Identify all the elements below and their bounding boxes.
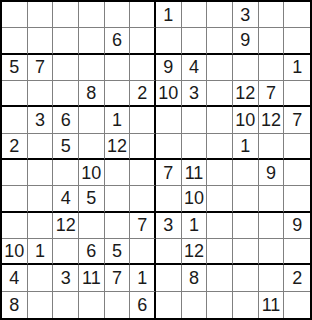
cell-r6c4-empty[interactable] <box>79 134 105 160</box>
cell-r5c1-empty[interactable] <box>2 107 28 133</box>
cell-r6c11-empty[interactable] <box>259 134 285 160</box>
cell-r11c2-empty[interactable] <box>28 265 54 291</box>
cell-r10c6-empty[interactable] <box>130 239 156 265</box>
cell-r9c3-given: 12 <box>53 213 79 239</box>
cell-r10c7-empty[interactable] <box>156 239 182 265</box>
cell-r6c10-given: 1 <box>233 134 259 160</box>
cell-r12c10-empty[interactable] <box>233 292 259 318</box>
cell-r9c10-empty[interactable] <box>233 213 259 239</box>
cell-r5c7-empty[interactable] <box>156 107 182 133</box>
cell-r9c2-empty[interactable] <box>28 213 54 239</box>
cell-r3c10-empty[interactable] <box>233 55 259 81</box>
cell-r12c7-empty[interactable] <box>156 292 182 318</box>
cell-r10c5-given: 5 <box>105 239 131 265</box>
cell-r1c11-empty[interactable] <box>259 2 285 28</box>
cell-r4c11-given: 7 <box>259 81 285 107</box>
cell-r12c11-given: 11 <box>259 292 285 318</box>
cell-r1c2-empty[interactable] <box>28 2 54 28</box>
cell-r4c12-empty[interactable] <box>284 81 310 107</box>
cell-r7c4-given: 10 <box>79 160 105 186</box>
cell-r11c11-empty[interactable] <box>259 265 285 291</box>
cell-r3c9-empty[interactable] <box>207 55 233 81</box>
cell-r8c6-empty[interactable] <box>130 186 156 212</box>
cell-r4c9-empty[interactable] <box>207 81 233 107</box>
cell-r1c8-empty[interactable] <box>182 2 208 28</box>
cell-r5c11-given: 12 <box>259 107 285 133</box>
cell-r2c9-empty[interactable] <box>207 28 233 54</box>
cell-r9c1-empty[interactable] <box>2 213 28 239</box>
cell-r12c2-empty[interactable] <box>28 292 54 318</box>
cell-r6c1-given: 2 <box>2 134 28 160</box>
cell-r2c7-empty[interactable] <box>156 28 182 54</box>
cell-r8c5-empty[interactable] <box>105 186 131 212</box>
cell-r8c8-given: 10 <box>182 186 208 212</box>
cell-r1c12-empty[interactable] <box>284 2 310 28</box>
cell-r2c10-given: 9 <box>233 28 259 54</box>
cell-r7c10-empty[interactable] <box>233 160 259 186</box>
cell-r12c6-given: 6 <box>130 292 156 318</box>
cell-r1c10-given: 3 <box>233 2 259 28</box>
cell-r5c12-given: 7 <box>284 107 310 133</box>
cell-r11c9-empty[interactable] <box>207 265 233 291</box>
cell-r2c6-empty[interactable] <box>130 28 156 54</box>
cell-r12c12-empty[interactable] <box>284 292 310 318</box>
cell-r6c8-empty[interactable] <box>182 134 208 160</box>
cell-r4c3-empty[interactable] <box>53 81 79 107</box>
cell-r4c8-given: 3 <box>182 81 208 107</box>
cell-r7c8-given: 11 <box>182 160 208 186</box>
cell-r12c3-empty[interactable] <box>53 292 79 318</box>
cell-r9c5-empty[interactable] <box>105 213 131 239</box>
cell-r3c7-given: 9 <box>156 55 182 81</box>
cell-r9c7-given: 3 <box>156 213 182 239</box>
cell-r7c9-empty[interactable] <box>207 160 233 186</box>
cell-r8c4-given: 5 <box>79 186 105 212</box>
cell-r4c10-given: 12 <box>233 81 259 107</box>
cell-r11c6-given: 1 <box>130 265 156 291</box>
cell-r10c10-empty[interactable] <box>233 239 259 265</box>
cell-r1c1-empty[interactable] <box>2 2 28 28</box>
cell-r3c2-given: 7 <box>28 55 54 81</box>
cell-r10c12-empty[interactable] <box>284 239 310 265</box>
cell-r1c7-given: 1 <box>156 2 182 28</box>
cell-r11c4-given: 11 <box>79 265 105 291</box>
cell-r5c8-empty[interactable] <box>182 107 208 133</box>
cell-r2c12-empty[interactable] <box>284 28 310 54</box>
cell-r10c11-empty[interactable] <box>259 239 285 265</box>
cell-r8c11-empty[interactable] <box>259 186 285 212</box>
cell-r11c8-given: 8 <box>182 265 208 291</box>
cell-r9c4-empty[interactable] <box>79 213 105 239</box>
cell-r3c6-empty[interactable] <box>130 55 156 81</box>
cell-r1c6-empty[interactable] <box>130 2 156 28</box>
cell-r3c8-given: 4 <box>182 55 208 81</box>
cell-r12c4-empty[interactable] <box>79 292 105 318</box>
cell-r11c10-empty[interactable] <box>233 265 259 291</box>
sudoku-board: 1369579418210312736110127251211071194510… <box>0 0 312 320</box>
cell-r3c3-empty[interactable] <box>53 55 79 81</box>
cell-r7c5-empty[interactable] <box>105 160 131 186</box>
cell-r2c5-given: 6 <box>105 28 131 54</box>
cell-r10c9-empty[interactable] <box>207 239 233 265</box>
cell-r2c2-empty[interactable] <box>28 28 54 54</box>
cell-r8c7-empty[interactable] <box>156 186 182 212</box>
cell-r8c3-given: 4 <box>53 186 79 212</box>
cell-r5c10-given: 10 <box>233 107 259 133</box>
cell-r4c4-given: 8 <box>79 81 105 107</box>
cell-r12c9-empty[interactable] <box>207 292 233 318</box>
cell-r3c11-empty[interactable] <box>259 55 285 81</box>
cell-r8c1-empty[interactable] <box>2 186 28 212</box>
cell-r7c2-empty[interactable] <box>28 160 54 186</box>
cell-r8c9-empty[interactable] <box>207 186 233 212</box>
cell-r3c4-empty[interactable] <box>79 55 105 81</box>
cell-r11c7-empty[interactable] <box>156 265 182 291</box>
cell-r6c2-empty[interactable] <box>28 134 54 160</box>
cell-r6c5-given: 12 <box>105 134 131 160</box>
cell-r1c3-empty[interactable] <box>53 2 79 28</box>
cell-r11c5-given: 7 <box>105 265 131 291</box>
cell-r8c10-empty[interactable] <box>233 186 259 212</box>
cell-r5c5-given: 1 <box>105 107 131 133</box>
cell-r12c1-given: 8 <box>2 292 28 318</box>
cell-r10c2-given: 1 <box>28 239 54 265</box>
cell-r7c6-empty[interactable] <box>130 160 156 186</box>
cell-r2c8-empty[interactable] <box>182 28 208 54</box>
cell-r2c4-empty[interactable] <box>79 28 105 54</box>
cell-r10c4-given: 6 <box>79 239 105 265</box>
cell-r6c3-given: 5 <box>53 134 79 160</box>
cell-r12c8-empty[interactable] <box>182 292 208 318</box>
cell-r7c7-given: 7 <box>156 160 182 186</box>
cell-r5c9-empty[interactable] <box>207 107 233 133</box>
cell-r9c11-empty[interactable] <box>259 213 285 239</box>
cell-r5c6-empty[interactable] <box>130 107 156 133</box>
cell-r9c9-empty[interactable] <box>207 213 233 239</box>
cell-r4c6-given: 2 <box>130 81 156 107</box>
cell-r3c12-given: 1 <box>284 55 310 81</box>
cell-r9c6-given: 7 <box>130 213 156 239</box>
cell-r7c11-given: 9 <box>259 160 285 186</box>
cell-r11c1-given: 4 <box>2 265 28 291</box>
cell-r6c9-empty[interactable] <box>207 134 233 160</box>
cell-r4c2-empty[interactable] <box>28 81 54 107</box>
cell-r5c3-given: 6 <box>53 107 79 133</box>
cell-r5c4-empty[interactable] <box>79 107 105 133</box>
cell-r3c5-empty[interactable] <box>105 55 131 81</box>
cell-r8c2-empty[interactable] <box>28 186 54 212</box>
cell-r6c12-empty[interactable] <box>284 134 310 160</box>
cell-r10c3-empty[interactable] <box>53 239 79 265</box>
cell-r2c11-empty[interactable] <box>259 28 285 54</box>
cell-r9c8-given: 1 <box>182 213 208 239</box>
cell-r7c12-empty[interactable] <box>284 160 310 186</box>
cell-r1c4-empty[interactable] <box>79 2 105 28</box>
cell-r3c1-given: 5 <box>2 55 28 81</box>
cell-r11c3-given: 3 <box>53 265 79 291</box>
cell-r2c1-empty[interactable] <box>2 28 28 54</box>
cell-r4c1-empty[interactable] <box>2 81 28 107</box>
cell-r12c5-empty[interactable] <box>105 292 131 318</box>
cell-r4c5-empty[interactable] <box>105 81 131 107</box>
cell-r5c2-given: 3 <box>28 107 54 133</box>
cell-r7c1-empty[interactable] <box>2 160 28 186</box>
cell-r2c3-empty[interactable] <box>53 28 79 54</box>
cell-r8c12-empty[interactable] <box>284 186 310 212</box>
cell-r6c6-empty[interactable] <box>130 134 156 160</box>
cell-r6c7-empty[interactable] <box>156 134 182 160</box>
cell-r11c12-given: 2 <box>284 265 310 291</box>
cell-r4c7-given: 10 <box>156 81 182 107</box>
cell-r9c12-given: 9 <box>284 213 310 239</box>
cell-r10c8-given: 12 <box>182 239 208 265</box>
cell-r7c3-empty[interactable] <box>53 160 79 186</box>
cell-r1c9-empty[interactable] <box>207 2 233 28</box>
cell-r1c5-empty[interactable] <box>105 2 131 28</box>
cell-r10c1-given: 10 <box>2 239 28 265</box>
